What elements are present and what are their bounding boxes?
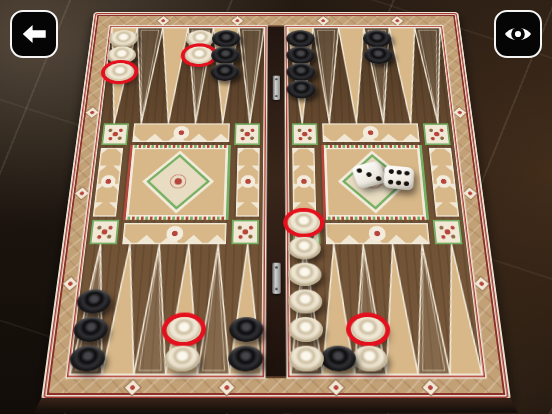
board-front-edge — [34, 398, 518, 413]
band-strip — [322, 123, 420, 142]
checker-black-point-22-2[interactable] — [364, 46, 394, 63]
die-pip — [396, 180, 402, 185]
board-perspective-wrap — [41, 0, 511, 400]
hinge-bottom — [272, 263, 280, 294]
backgammon-app-screen — [0, 0, 552, 414]
back-button[interactable] — [10, 10, 58, 58]
die-pip — [356, 168, 363, 174]
checker-white-point-4-2[interactable] — [350, 317, 386, 342]
point-18[interactable] — [236, 28, 264, 124]
eye-button[interactable] — [494, 10, 542, 58]
bar-gap — [263, 27, 289, 377]
backgammon-board — [41, 12, 511, 400]
eye-icon — [502, 18, 534, 50]
checker-white-point-6-1[interactable] — [289, 345, 325, 371]
die-2-value-6[interactable] — [383, 165, 414, 191]
checker-black-point-5-1[interactable] — [320, 345, 356, 371]
band-corner-medallion — [234, 123, 260, 144]
band-strip — [122, 223, 226, 244]
back-arrow-icon — [19, 19, 49, 49]
band-corner-medallion — [423, 123, 451, 144]
checker-black-point-19-4[interactable] — [287, 80, 317, 98]
die-pip — [396, 170, 401, 175]
checker-white-point-6-6[interactable] — [288, 211, 321, 233]
checker-black-point-19-2[interactable] — [286, 46, 315, 63]
checker-white-point-6-4[interactable] — [288, 262, 322, 285]
center-decoration-band — [89, 123, 260, 244]
center-diamond — [142, 151, 214, 214]
band-corner-medallion — [433, 220, 463, 244]
die-pip — [366, 172, 373, 178]
die-pip — [375, 176, 382, 182]
band-column — [292, 148, 316, 217]
checker-white-point-6-2[interactable] — [289, 317, 324, 342]
checker-white-point-16-2[interactable] — [184, 46, 214, 63]
band-corner-medallion — [89, 220, 119, 244]
checker-black-point-17-2[interactable] — [210, 46, 239, 63]
center-medallion — [123, 145, 231, 220]
checker-black-point-17-3[interactable] — [210, 63, 240, 81]
die-pip — [404, 181, 410, 186]
die-pip — [388, 179, 394, 184]
checker-black-point-22-1[interactable] — [363, 30, 393, 47]
checker-black-point-7-2[interactable] — [228, 317, 263, 342]
checker-white-point-6-3[interactable] — [288, 289, 322, 313]
checker-white-point-16-1[interactable] — [185, 30, 214, 47]
band-column — [236, 148, 260, 217]
checker-black-point-7-1[interactable] — [228, 345, 264, 371]
checker-black-point-19-3[interactable] — [287, 63, 316, 81]
checker-white-point-4-1[interactable] — [351, 345, 388, 371]
band-corner-medallion — [292, 123, 318, 144]
hinge-top — [272, 76, 279, 100]
checker-white-point-6-5[interactable] — [288, 236, 321, 258]
checker-black-point-19-1[interactable] — [286, 30, 315, 47]
checker-black-point-17-1[interactable] — [211, 30, 240, 47]
die-pip — [388, 169, 393, 174]
die-pip — [404, 171, 409, 176]
band-corner-medallion — [101, 123, 129, 144]
band-strip — [325, 223, 429, 244]
band-corner-medallion — [231, 220, 259, 244]
band-strip — [132, 123, 230, 142]
